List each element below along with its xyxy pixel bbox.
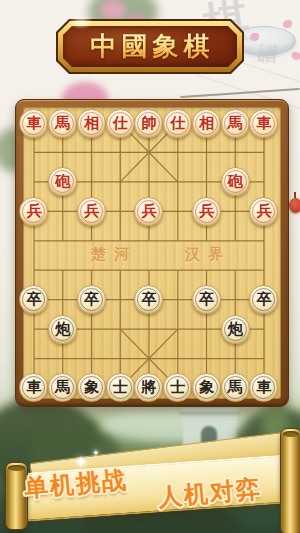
petal-decoration [283, 20, 292, 27]
piece-red-soldier[interactable]: 兵 [77, 197, 106, 226]
app-screen: 棋 譜 中國象棋 楚河 汉界 車馬相仕帥仕相馬車砲砲兵兵兵兵兵卒卒卒卒卒炮炮車馬… [0, 0, 300, 533]
piece-black-soldier[interactable]: 卒 [19, 285, 48, 314]
piece-black-general[interactable]: 將 [134, 373, 163, 402]
piece-red-chariot[interactable]: 車 [19, 109, 48, 138]
piece-red-soldier[interactable]: 兵 [192, 197, 221, 226]
piece-black-chariot[interactable]: 車 [19, 373, 48, 402]
lantern-decoration [289, 198, 300, 213]
piece-red-elephant[interactable]: 相 [192, 109, 221, 138]
plaque-shine [68, 16, 94, 29]
piece-red-cannon[interactable]: 砲 [48, 167, 77, 196]
scroll-right-roll [280, 428, 300, 533]
app-title: 中國象棋 [86, 29, 215, 64]
piece-black-horse[interactable]: 馬 [221, 373, 250, 402]
petal-decoration [291, 50, 300, 61]
piece-red-elephant[interactable]: 相 [77, 109, 106, 138]
piece-red-horse[interactable]: 馬 [221, 109, 250, 138]
blossom-top-left [100, 0, 126, 20]
piece-black-chariot[interactable]: 車 [249, 373, 278, 402]
pieces-grid: 車馬相仕帥仕相馬車砲砲兵兵兵兵兵卒卒卒卒卒炮炮車馬象士將士象馬車 [20, 108, 279, 402]
piece-red-general[interactable]: 帥 [134, 109, 163, 138]
piece-black-soldier[interactable]: 卒 [192, 285, 221, 314]
piece-black-elephant[interactable]: 象 [77, 373, 106, 402]
piece-black-elephant[interactable]: 象 [192, 373, 221, 402]
sparkle-icon: ✦ [92, 448, 100, 458]
xiangqi-board: 楚河 汉界 車馬相仕帥仕相馬車砲砲兵兵兵兵兵卒卒卒卒卒炮炮車馬象士將士象馬車 [15, 99, 289, 407]
piece-red-soldier[interactable]: 兵 [134, 197, 163, 226]
board-field: 楚河 汉界 車馬相仕帥仕相馬車砲砲兵兵兵兵兵卒卒卒卒卒炮炮車馬象士將士象馬車 [23, 107, 281, 399]
piece-red-soldier[interactable]: 兵 [249, 197, 278, 226]
piece-black-cannon[interactable]: 炮 [221, 315, 250, 344]
piece-black-cannon[interactable]: 炮 [48, 315, 77, 344]
piece-black-soldier[interactable]: 卒 [77, 285, 106, 314]
piece-black-soldier[interactable]: 卒 [134, 285, 163, 314]
piece-black-advisor[interactable]: 士 [106, 373, 135, 402]
piece-red-advisor[interactable]: 仕 [163, 109, 192, 138]
piece-black-advisor[interactable]: 士 [163, 373, 192, 402]
piece-red-soldier[interactable]: 兵 [19, 197, 48, 226]
piece-black-soldier[interactable]: 卒 [249, 285, 278, 314]
piece-red-advisor[interactable]: 仕 [106, 109, 135, 138]
piece-black-horse[interactable]: 馬 [48, 373, 77, 402]
piece-red-chariot[interactable]: 車 [249, 109, 278, 138]
plaque-face: 中國象棋 [63, 26, 237, 67]
piece-red-cannon[interactable]: 砲 [221, 167, 250, 196]
piece-red-horse[interactable]: 馬 [48, 109, 77, 138]
sparkle-icon: ✦ [74, 452, 88, 472]
